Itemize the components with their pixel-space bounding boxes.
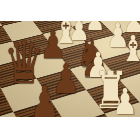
chess-photo-canvas: ♟♟♟♝♟♟♝♞♟♛♟♜♟♟ xyxy=(0,0,140,140)
letterbox-bottom xyxy=(0,117,140,140)
pieces-layer: ♟♟♟♝♟♟♝♞♟♛♟♜♟♟ xyxy=(0,21,140,117)
board-photo: ♟♟♟♝♟♟♝♞♟♛♟♜♟♟ xyxy=(0,21,140,117)
brown-pawn-bottom-left: ♟ xyxy=(28,80,62,117)
letterbox-top xyxy=(0,0,140,21)
cream-pawn-bottom: ♟ xyxy=(111,84,139,117)
